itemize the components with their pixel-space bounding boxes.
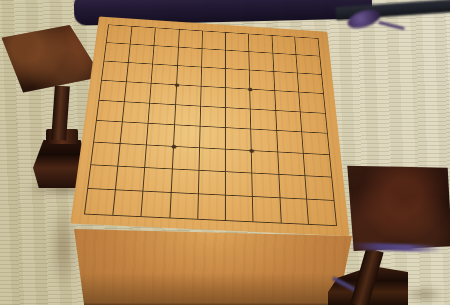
board-cell[interactable]: [277, 131, 304, 154]
board-cell[interactable]: [88, 165, 118, 190]
board-grid: [84, 24, 337, 226]
board-cell[interactable]: [97, 100, 125, 122]
board-cell[interactable]: [102, 61, 129, 82]
board-cell[interactable]: [114, 190, 144, 216]
board-cell[interactable]: [295, 37, 319, 56]
star-point: [174, 83, 179, 87]
board-cell[interactable]: [201, 67, 226, 88]
board-cell[interactable]: [150, 83, 176, 104]
board-cell[interactable]: [278, 153, 305, 177]
board-cell[interactable]: [173, 147, 200, 171]
board-cell[interactable]: [94, 121, 123, 144]
board-cell[interactable]: [226, 50, 250, 70]
board-cell[interactable]: [226, 69, 250, 90]
board-cell[interactable]: [280, 198, 309, 224]
board-cell[interactable]: [107, 25, 133, 44]
scene: [0, 0, 450, 305]
board-cell[interactable]: [252, 151, 279, 175]
board-cell[interactable]: [298, 73, 323, 93]
star-point: [248, 87, 252, 91]
board-cell[interactable]: [251, 130, 277, 153]
board-cell[interactable]: [249, 34, 273, 53]
board-cell[interactable]: [171, 170, 199, 195]
board-cell[interactable]: [129, 44, 155, 64]
board-cell[interactable]: [144, 168, 173, 193]
board-cell[interactable]: [202, 49, 226, 69]
board-cell[interactable]: [299, 92, 325, 113]
board-cell[interactable]: [152, 64, 178, 85]
board-cell[interactable]: [251, 109, 277, 131]
board-cell[interactable]: [121, 123, 149, 146]
board-cell[interactable]: [198, 194, 226, 220]
board-cell[interactable]: [123, 102, 151, 124]
board-cell[interactable]: [146, 146, 174, 170]
shogi-board: [70, 17, 349, 237]
board-cell[interactable]: [253, 174, 281, 199]
board-cell[interactable]: [304, 154, 332, 178]
board-cell[interactable]: [91, 143, 121, 167]
board-cell[interactable]: [273, 53, 298, 73]
board-cell[interactable]: [170, 193, 199, 219]
board-front-face: [64, 225, 360, 305]
right-komadai-shadow: [402, 286, 446, 303]
board-cell[interactable]: [307, 200, 336, 226]
star-point: [250, 149, 255, 153]
board-cell[interactable]: [85, 189, 116, 215]
board-cell[interactable]: [118, 144, 147, 168]
board-cell[interactable]: [153, 46, 178, 66]
board-cell[interactable]: [202, 31, 226, 50]
board-cell[interactable]: [250, 89, 275, 110]
board-cell[interactable]: [226, 88, 251, 109]
board-cell[interactable]: [272, 36, 296, 55]
board-cell[interactable]: [226, 33, 250, 52]
board-cell[interactable]: [142, 192, 171, 218]
board-cell[interactable]: [116, 167, 145, 192]
board-cell[interactable]: [201, 86, 226, 107]
board-cell[interactable]: [199, 148, 226, 172]
board-cell[interactable]: [99, 80, 127, 101]
board-cell[interactable]: [149, 103, 176, 125]
board-cell[interactable]: [302, 133, 329, 156]
board-cell[interactable]: [300, 112, 327, 134]
board-cell[interactable]: [104, 43, 130, 63]
star-point: [171, 145, 176, 149]
board-cell[interactable]: [127, 63, 153, 84]
board-cell[interactable]: [226, 196, 254, 222]
board-cell[interactable]: [226, 128, 252, 151]
right-komadai-top: [344, 156, 450, 254]
board-cell[interactable]: [176, 85, 202, 106]
board-cell[interactable]: [200, 127, 226, 150]
board-cell[interactable]: [125, 82, 152, 103]
board-cell[interactable]: [279, 175, 307, 200]
board-cell[interactable]: [200, 106, 226, 128]
board-cell[interactable]: [276, 111, 302, 133]
board-cell[interactable]: [155, 28, 180, 47]
board-cell[interactable]: [178, 47, 203, 67]
board-cell[interactable]: [175, 105, 201, 127]
board-cell[interactable]: [226, 150, 253, 174]
board-cell[interactable]: [275, 91, 301, 112]
board-cell[interactable]: [226, 172, 253, 197]
board-cell[interactable]: [296, 55, 321, 75]
board-cell[interactable]: [177, 66, 202, 87]
board-cell[interactable]: [179, 30, 203, 49]
board-cell[interactable]: [305, 176, 333, 201]
board-cell[interactable]: [253, 197, 281, 223]
board-cell[interactable]: [199, 171, 226, 196]
board-cell[interactable]: [250, 52, 274, 72]
board-cell[interactable]: [174, 125, 201, 148]
board-cell[interactable]: [147, 124, 174, 147]
board-cell[interactable]: [274, 72, 299, 92]
board-cell[interactable]: [131, 27, 156, 46]
board-cell[interactable]: [250, 70, 275, 91]
board-cell[interactable]: [226, 108, 251, 130]
